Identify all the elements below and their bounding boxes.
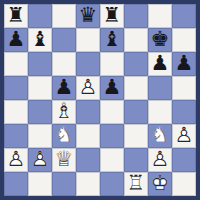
square-e3[interactable] [100, 124, 124, 148]
square-b6[interactable] [28, 52, 52, 76]
square-f3[interactable] [124, 124, 148, 148]
square-h3[interactable]: ♟♙ [172, 124, 196, 148]
square-c3[interactable]: ♞♘ [52, 124, 76, 148]
white-king-outline: ♔ [148, 172, 172, 196]
square-a6[interactable] [4, 52, 28, 76]
square-b7[interactable]: ♝ [28, 28, 52, 52]
square-c6[interactable] [52, 52, 76, 76]
black-bishop[interactable]: ♝ [28, 28, 52, 52]
square-e6[interactable] [100, 52, 124, 76]
square-g8[interactable] [148, 4, 172, 28]
square-c8[interactable] [52, 4, 76, 28]
square-d2[interactable] [76, 148, 100, 172]
black-queen[interactable]: ♛ [76, 4, 100, 28]
square-d1[interactable] [76, 172, 100, 196]
square-h5[interactable] [172, 76, 196, 100]
square-e7[interactable]: ♝ [100, 28, 124, 52]
square-h2[interactable] [172, 148, 196, 172]
square-b8[interactable] [28, 4, 52, 28]
square-h1[interactable] [172, 172, 196, 196]
square-c4[interactable]: ♝♗ [52, 100, 76, 124]
square-f1[interactable]: ♜♖ [124, 172, 148, 196]
square-g3[interactable]: ♞♘ [148, 124, 172, 148]
square-b5[interactable] [28, 76, 52, 100]
square-b4[interactable] [28, 100, 52, 124]
square-f8[interactable] [124, 4, 148, 28]
black-king[interactable]: ♚ [148, 28, 172, 52]
white-pawn-outline: ♙ [76, 76, 100, 100]
square-e1[interactable] [100, 172, 124, 196]
square-a7[interactable]: ♟ [4, 28, 28, 52]
square-g5[interactable] [148, 76, 172, 100]
square-b1[interactable] [28, 172, 52, 196]
square-e5[interactable]: ♟ [100, 76, 124, 100]
square-g4[interactable] [148, 100, 172, 124]
white-bishop-outline: ♗ [52, 100, 76, 124]
black-pawn[interactable]: ♟ [100, 76, 124, 100]
square-b3[interactable] [28, 124, 52, 148]
square-d8[interactable]: ♛ [76, 4, 100, 28]
square-g7[interactable]: ♚ [148, 28, 172, 52]
chess-board-frame: ♜♛♜♟♝♝♚♟♟♟♟♙♟♝♗♞♘♞♘♟♙♟♙♟♙♛♕♟♙♜♖♚♔ [0, 0, 200, 200]
white-pawn-outline: ♙ [172, 124, 196, 148]
chess-board: ♜♛♜♟♝♝♚♟♟♟♟♙♟♝♗♞♘♞♘♟♙♟♙♟♙♛♕♟♙♜♖♚♔ [4, 4, 196, 196]
square-d6[interactable] [76, 52, 100, 76]
square-g1[interactable]: ♚♔ [148, 172, 172, 196]
square-h7[interactable] [172, 28, 196, 52]
square-h8[interactable] [172, 4, 196, 28]
square-a4[interactable] [4, 100, 28, 124]
square-f2[interactable] [124, 148, 148, 172]
white-knight-outline: ♘ [52, 124, 76, 148]
square-a2[interactable]: ♟♙ [4, 148, 28, 172]
square-d7[interactable] [76, 28, 100, 52]
square-e8[interactable]: ♜ [100, 4, 124, 28]
square-a3[interactable] [4, 124, 28, 148]
white-pawn-outline: ♙ [148, 148, 172, 172]
black-pawn[interactable]: ♟ [172, 52, 196, 76]
square-a1[interactable] [4, 172, 28, 196]
square-d4[interactable] [76, 100, 100, 124]
white-queen-outline: ♕ [52, 148, 76, 172]
square-a5[interactable] [4, 76, 28, 100]
square-a8[interactable]: ♜ [4, 4, 28, 28]
square-c2[interactable]: ♛♕ [52, 148, 76, 172]
white-pawn-outline: ♙ [28, 148, 52, 172]
black-pawn[interactable]: ♟ [52, 76, 76, 100]
white-pawn-outline: ♙ [4, 148, 28, 172]
square-e2[interactable] [100, 148, 124, 172]
square-e4[interactable] [100, 100, 124, 124]
black-pawn[interactable]: ♟ [4, 28, 28, 52]
square-h4[interactable] [172, 100, 196, 124]
square-f4[interactable] [124, 100, 148, 124]
square-f6[interactable] [124, 52, 148, 76]
white-rook-outline: ♖ [124, 172, 148, 196]
square-h6[interactable]: ♟ [172, 52, 196, 76]
square-b2[interactable]: ♟♙ [28, 148, 52, 172]
square-c7[interactable] [52, 28, 76, 52]
square-g6[interactable]: ♟ [148, 52, 172, 76]
square-f7[interactable] [124, 28, 148, 52]
black-rook[interactable]: ♜ [4, 4, 28, 28]
square-c1[interactable] [52, 172, 76, 196]
black-rook[interactable]: ♜ [100, 4, 124, 28]
white-knight-outline: ♘ [148, 124, 172, 148]
black-bishop[interactable]: ♝ [100, 28, 124, 52]
square-c5[interactable]: ♟ [52, 76, 76, 100]
square-d5[interactable]: ♟♙ [76, 76, 100, 100]
square-g2[interactable]: ♟♙ [148, 148, 172, 172]
square-d3[interactable] [76, 124, 100, 148]
square-f5[interactable] [124, 76, 148, 100]
black-pawn[interactable]: ♟ [148, 52, 172, 76]
